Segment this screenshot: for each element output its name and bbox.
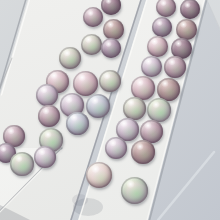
pearl (99, 70, 121, 92)
pearl-highlight (180, 21, 187, 27)
pearl (59, 47, 81, 69)
pearl (147, 98, 171, 122)
pearl (180, 0, 200, 19)
pearl-highlight (151, 38, 158, 44)
pearl-highlight (184, 2, 191, 8)
pearl-highlight (0, 146, 7, 152)
pearl (147, 36, 168, 57)
pearl (86, 162, 112, 188)
pearl (10, 152, 34, 176)
pearl (123, 97, 146, 120)
pearl (66, 112, 89, 135)
pearl (152, 17, 172, 37)
pearl (176, 19, 197, 40)
pearl-highlight (107, 21, 114, 27)
pearl-highlight (105, 41, 112, 47)
pearl-highlight (85, 36, 92, 42)
pearl (86, 94, 110, 118)
pearl-highlight (175, 40, 182, 46)
pearl (81, 34, 102, 55)
pearl (121, 177, 148, 204)
pearl (34, 146, 56, 168)
pearl-highlight (105, 0, 112, 4)
pearl-highlight (87, 10, 94, 16)
pearl (36, 84, 58, 106)
pearl (105, 137, 127, 159)
pearl (141, 56, 162, 77)
pearl-highlight (160, 0, 167, 6)
pearl (131, 140, 155, 164)
pearl (164, 56, 186, 78)
pearl (103, 19, 124, 40)
pearl (101, 38, 121, 58)
pearl-highlight (145, 58, 152, 64)
pearl-highlight (156, 20, 163, 26)
pearl-display-photo (0, 0, 220, 220)
pearl (83, 7, 103, 27)
pearl (38, 105, 60, 127)
pearl (73, 71, 98, 96)
strip-edge (158, 152, 214, 220)
